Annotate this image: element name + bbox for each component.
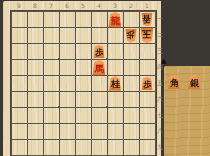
board-square-6-8[interactable] xyxy=(59,123,75,139)
board-square-7-1[interactable] xyxy=(43,11,59,27)
board-square-3-3[interactable] xyxy=(107,43,123,59)
board-square-4-9[interactable] xyxy=(91,139,107,155)
shogi-piece-香-1一[interactable]: 香 xyxy=(141,13,153,27)
board-square-9-2[interactable] xyxy=(11,27,27,43)
piece-body: 馬 xyxy=(92,60,106,75)
board-square-3-7[interactable] xyxy=(107,107,123,123)
board-square-8-6[interactable] xyxy=(27,91,43,107)
board-square-2-9[interactable] xyxy=(123,139,139,155)
shogi-piece-歩-1五[interactable]: 歩 xyxy=(141,77,153,91)
board-square-6-5[interactable] xyxy=(59,75,75,91)
board-square-2-4[interactable] xyxy=(123,59,139,75)
board-square-9-1[interactable] xyxy=(11,11,27,27)
piece-kanji: 歩 xyxy=(95,46,103,57)
board-square-7-5[interactable] xyxy=(43,75,59,91)
piece-kanji: 香 xyxy=(143,14,151,25)
shogi-piece-龍-3一[interactable]: 龍 xyxy=(108,12,122,27)
board-square-2-3[interactable] xyxy=(123,43,139,59)
board-square-1-9[interactable] xyxy=(139,139,155,155)
board-square-4-2[interactable] xyxy=(91,27,107,43)
piece-body: 歩 xyxy=(141,77,153,91)
board-square-4-6[interactable] xyxy=(91,91,107,107)
shogi-piece-歩-2二[interactable]: 歩 xyxy=(125,29,137,43)
board-square-8-8[interactable] xyxy=(27,123,43,139)
piece-body: 桂 xyxy=(109,76,122,91)
board-square-7-8[interactable] xyxy=(43,123,59,139)
board-square-3-4[interactable] xyxy=(107,59,123,75)
board-square-7-3[interactable] xyxy=(43,43,59,59)
rank-label: 八 xyxy=(156,123,164,139)
board-square-9-5[interactable] xyxy=(11,75,27,91)
file-label: 1 xyxy=(139,2,155,10)
board-square-8-1[interactable] xyxy=(27,11,43,27)
file-coordinate-labels: 987654321 xyxy=(11,2,155,10)
board-square-5-5[interactable] xyxy=(75,75,91,91)
board-square-4-1[interactable] xyxy=(91,11,107,27)
board-square-5-2[interactable] xyxy=(75,27,91,43)
rank-coordinate-labels: 一二三四五六七八九 xyxy=(156,11,164,155)
board-square-5-1[interactable] xyxy=(75,11,91,27)
file-label: 6 xyxy=(59,2,75,10)
shogi-app: 987654321 一二三四五六七八九 龍香歩玉歩馬桂歩 ▲ 角銀 xyxy=(0,0,210,156)
board-square-6-3[interactable] xyxy=(59,43,75,59)
board-square-2-6[interactable] xyxy=(123,91,139,107)
board-square-3-8[interactable] xyxy=(107,123,123,139)
file-label: 2 xyxy=(123,2,139,10)
piece-kanji: 歩 xyxy=(143,78,151,89)
board-square-9-6[interactable] xyxy=(11,91,27,107)
board-square-3-9[interactable] xyxy=(107,139,123,155)
board-square-5-6[interactable] xyxy=(75,91,91,107)
board-square-8-9[interactable] xyxy=(27,139,43,155)
board-square-6-6[interactable] xyxy=(59,91,75,107)
board-square-1-4[interactable] xyxy=(139,59,155,75)
piece-body: 玉 xyxy=(140,28,154,43)
board-square-7-6[interactable] xyxy=(43,91,59,107)
file-label: 7 xyxy=(43,2,59,10)
board-square-2-1[interactable] xyxy=(123,11,139,27)
board-square-5-4[interactable] xyxy=(75,59,91,75)
piece-body: 香 xyxy=(141,13,153,27)
board-square-6-7[interactable] xyxy=(59,107,75,123)
rank-label: 九 xyxy=(156,139,164,155)
board-square-7-9[interactable] xyxy=(43,139,59,155)
piece-kanji: 歩 xyxy=(127,30,135,41)
file-label: 8 xyxy=(27,2,43,10)
board-square-6-9[interactable] xyxy=(59,139,75,155)
board-square-7-2[interactable] xyxy=(43,27,59,43)
komadai-piece-stand xyxy=(164,66,210,156)
sente-turn-marker: ▲ xyxy=(161,57,169,65)
board-square-8-7[interactable] xyxy=(27,107,43,123)
board-square-7-7[interactable] xyxy=(43,107,59,123)
board-square-9-8[interactable] xyxy=(11,123,27,139)
piece-body: 歩 xyxy=(93,45,105,59)
file-label: 4 xyxy=(91,2,107,10)
board-square-5-7[interactable] xyxy=(75,107,91,123)
piece-body: 龍 xyxy=(108,12,122,27)
board-square-5-3[interactable] xyxy=(75,43,91,59)
file-label: 9 xyxy=(11,2,27,10)
rank-label: 六 xyxy=(156,91,164,107)
rank-label: 五 xyxy=(156,75,164,91)
board-square-6-2[interactable] xyxy=(59,27,75,43)
board-square-9-7[interactable] xyxy=(11,107,27,123)
board-square-2-5[interactable] xyxy=(123,75,139,91)
shogi-piece-歩-4三[interactable]: 歩 xyxy=(93,45,105,59)
rank-label: 七 xyxy=(156,107,164,123)
board-square-6-1[interactable] xyxy=(59,11,75,27)
shogi-piece-桂-3五[interactable]: 桂 xyxy=(109,76,122,91)
board-square-2-8[interactable] xyxy=(123,123,139,139)
board-square-8-2[interactable] xyxy=(27,27,43,43)
file-label: 3 xyxy=(107,2,123,10)
board-square-2-7[interactable] xyxy=(123,107,139,123)
board-square-9-4[interactable] xyxy=(11,59,27,75)
board-square-3-2[interactable] xyxy=(107,27,123,43)
board-square-1-7[interactable] xyxy=(139,107,155,123)
board-square-5-8[interactable] xyxy=(75,123,91,139)
board-square-8-5[interactable] xyxy=(27,75,43,91)
file-label: 5 xyxy=(75,2,91,10)
board-square-1-3[interactable] xyxy=(139,43,155,59)
board-square-5-9[interactable] xyxy=(75,139,91,155)
board-square-8-3[interactable] xyxy=(27,43,43,59)
shogi-piece-馬-4四[interactable]: 馬 xyxy=(92,60,106,75)
board-square-1-8[interactable] xyxy=(139,123,155,139)
piece-kanji: 馬 xyxy=(95,62,104,74)
board-square-1-6[interactable] xyxy=(139,91,155,107)
board-square-9-3[interactable] xyxy=(11,43,27,59)
piece-kanji: 龍 xyxy=(111,14,120,26)
shogi-board: 987654321 一二三四五六七八九 龍香歩玉歩馬桂歩 xyxy=(3,1,161,156)
board-square-6-4[interactable] xyxy=(59,59,75,75)
board-square-3-6[interactable] xyxy=(107,91,123,107)
piece-kanji: 桂 xyxy=(111,78,119,89)
rank-label: 一 xyxy=(156,11,164,27)
board-square-4-8[interactable] xyxy=(91,123,107,139)
piece-body: 歩 xyxy=(125,29,137,43)
board-square-7-4[interactable] xyxy=(43,59,59,75)
board-square-8-4[interactable] xyxy=(27,59,43,75)
board-square-4-5[interactable] xyxy=(91,75,107,91)
shogi-piece-玉-1二[interactable]: 玉 xyxy=(140,28,154,43)
rank-label: 二 xyxy=(156,27,164,43)
board-square-9-9[interactable] xyxy=(11,139,27,155)
board-square-4-7[interactable] xyxy=(91,107,107,123)
piece-kanji: 玉 xyxy=(143,30,152,42)
